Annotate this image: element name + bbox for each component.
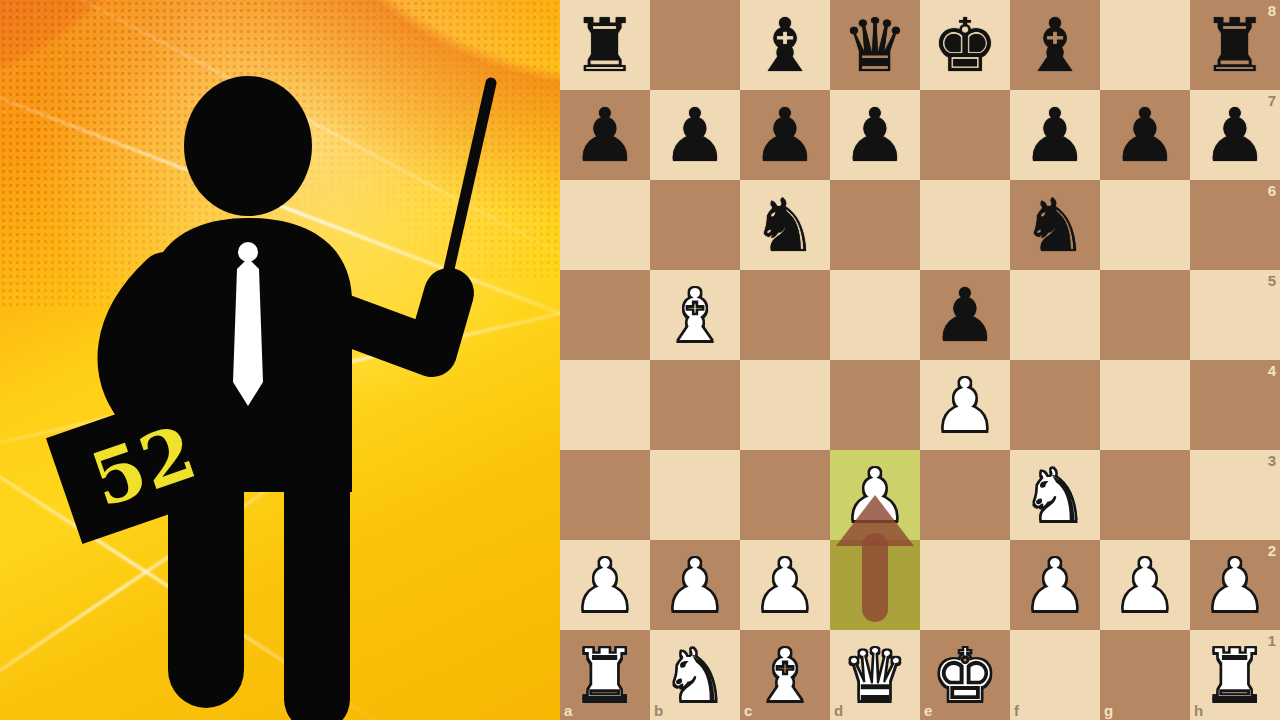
piece-black-king[interactable]: ♚	[920, 0, 1010, 90]
art-panel: 52	[0, 0, 560, 720]
file-label-b: b	[654, 702, 663, 719]
square-c1[interactable]: ♝c	[740, 630, 830, 720]
teacher-figure: 52	[0, 0, 560, 720]
file-label-d: d	[834, 702, 843, 719]
square-b4[interactable]	[650, 360, 740, 450]
square-b2[interactable]: ♟	[650, 540, 740, 630]
file-label-h: h	[1194, 702, 1203, 719]
square-e8[interactable]: ♚	[920, 0, 1010, 90]
square-f7[interactable]: ♟	[1010, 90, 1100, 180]
square-a7[interactable]: ♟	[560, 90, 650, 180]
piece-black-pawn[interactable]: ♟	[830, 90, 920, 180]
square-f4[interactable]	[1010, 360, 1100, 450]
piece-white-pawn[interactable]: ♟	[1010, 540, 1100, 630]
square-a8[interactable]: ♜	[560, 0, 650, 90]
square-g4[interactable]	[1100, 360, 1190, 450]
square-d4[interactable]	[830, 360, 920, 450]
piece-white-bishop[interactable]: ♝	[740, 630, 830, 720]
square-e3[interactable]	[920, 450, 1010, 540]
piece-black-knight[interactable]: ♞	[1010, 180, 1100, 270]
square-h3[interactable]: 3	[1190, 450, 1280, 540]
file-label-a: a	[564, 702, 572, 719]
chess-board: ♜♝♛♚♝♜8♟♟♟♟♟♟♟7♞♞6♝♟5♟4♟♞3♟♟♟♟♟♟2♜a♞b♝c♛…	[560, 0, 1280, 720]
square-b3[interactable]	[650, 450, 740, 540]
square-f6[interactable]: ♞	[1010, 180, 1100, 270]
square-g5[interactable]	[1100, 270, 1190, 360]
square-d6[interactable]	[830, 180, 920, 270]
piece-white-rook[interactable]: ♜	[1190, 630, 1280, 720]
piece-black-pawn[interactable]: ♟	[1010, 90, 1100, 180]
square-g2[interactable]: ♟	[1100, 540, 1190, 630]
board-squares: ♜♝♛♚♝♜8♟♟♟♟♟♟♟7♞♞6♝♟5♟4♟♞3♟♟♟♟♟♟2♜a♞b♝c♛…	[560, 0, 1280, 720]
square-c4[interactable]	[740, 360, 830, 450]
piece-white-pawn[interactable]: ♟	[650, 540, 740, 630]
file-label-e: e	[924, 702, 932, 719]
piece-white-pawn[interactable]: ♟	[1190, 540, 1280, 630]
square-h2[interactable]: ♟2	[1190, 540, 1280, 630]
square-h7[interactable]: ♟7	[1190, 90, 1280, 180]
piece-black-bishop[interactable]: ♝	[1010, 0, 1100, 90]
rank-label-4: 4	[1268, 362, 1276, 379]
square-f1[interactable]: f	[1010, 630, 1100, 720]
square-f8[interactable]: ♝	[1010, 0, 1100, 90]
square-d8[interactable]: ♛	[830, 0, 920, 90]
square-d1[interactable]: ♛d	[830, 630, 920, 720]
rank-label-3: 3	[1268, 452, 1276, 469]
file-label-g: g	[1104, 702, 1113, 719]
square-f3[interactable]: ♞	[1010, 450, 1100, 540]
square-a6[interactable]	[560, 180, 650, 270]
rank-label-2: 2	[1268, 542, 1276, 559]
file-label-f: f	[1014, 702, 1019, 719]
square-c7[interactable]: ♟	[740, 90, 830, 180]
piece-white-rook[interactable]: ♜	[560, 630, 650, 720]
rank-label-6: 6	[1268, 182, 1276, 199]
piece-black-bishop[interactable]: ♝	[740, 0, 830, 90]
piece-black-rook[interactable]: ♜	[560, 0, 650, 90]
piece-black-pawn[interactable]: ♟	[1100, 90, 1190, 180]
rank-label-1: 1	[1268, 632, 1276, 649]
square-d5[interactable]	[830, 270, 920, 360]
file-label-c: c	[744, 702, 752, 719]
piece-black-knight[interactable]: ♞	[740, 180, 830, 270]
square-g6[interactable]	[1100, 180, 1190, 270]
piece-black-pawn[interactable]: ♟	[560, 90, 650, 180]
piece-white-knight[interactable]: ♞	[1010, 450, 1100, 540]
piece-black-pawn[interactable]: ♟	[920, 270, 1010, 360]
piece-white-bishop[interactable]: ♝	[650, 270, 740, 360]
piece-white-queen[interactable]: ♛	[830, 630, 920, 720]
square-e4[interactable]: ♟	[920, 360, 1010, 450]
square-a5[interactable]	[560, 270, 650, 360]
square-e2[interactable]	[920, 540, 1010, 630]
figure-hand	[426, 269, 470, 313]
square-c5[interactable]	[740, 270, 830, 360]
square-h5[interactable]: 5	[1190, 270, 1280, 360]
square-b8[interactable]	[650, 0, 740, 90]
square-b1[interactable]: ♞b	[650, 630, 740, 720]
square-c8[interactable]: ♝	[740, 0, 830, 90]
piece-black-pawn[interactable]: ♟	[1190, 90, 1280, 180]
square-e7[interactable]	[920, 90, 1010, 180]
square-d3[interactable]: ♟	[830, 450, 920, 540]
square-b7[interactable]: ♟	[650, 90, 740, 180]
piece-white-pawn[interactable]: ♟	[830, 450, 920, 540]
piece-white-king[interactable]: ♚	[920, 630, 1010, 720]
square-h4[interactable]: 4	[1190, 360, 1280, 450]
piece-white-pawn[interactable]: ♟	[920, 360, 1010, 450]
thumbnail: 52 ♜♝♛♚♝♜8♟♟♟♟♟♟♟7♞♞6♝♟5♟4♟♞3♟♟♟♟♟♟2♜a♞b…	[0, 0, 1280, 720]
square-g3[interactable]	[1100, 450, 1190, 540]
square-a1[interactable]: ♜a	[560, 630, 650, 720]
square-f5[interactable]	[1010, 270, 1100, 360]
square-e5[interactable]: ♟	[920, 270, 1010, 360]
square-g7[interactable]: ♟	[1100, 90, 1190, 180]
square-f2[interactable]: ♟	[1010, 540, 1100, 630]
square-c3[interactable]	[740, 450, 830, 540]
square-b6[interactable]	[650, 180, 740, 270]
square-h6[interactable]: 6	[1190, 180, 1280, 270]
square-a4[interactable]	[560, 360, 650, 450]
rank-label-8: 8	[1268, 2, 1276, 19]
piece-black-pawn[interactable]: ♟	[740, 90, 830, 180]
piece-black-rook[interactable]: ♜	[1190, 0, 1280, 90]
figure-tie	[233, 258, 263, 406]
square-d7[interactable]: ♟	[830, 90, 920, 180]
piece-black-pawn[interactable]: ♟	[650, 90, 740, 180]
piece-black-queen[interactable]: ♛	[830, 0, 920, 90]
rank-label-5: 5	[1268, 272, 1276, 289]
square-g8[interactable]	[1100, 0, 1190, 90]
square-d2[interactable]	[830, 540, 920, 630]
piece-white-knight[interactable]: ♞	[650, 630, 740, 720]
square-e6[interactable]	[920, 180, 1010, 270]
piece-white-pawn[interactable]: ♟	[740, 540, 830, 630]
piece-white-pawn[interactable]: ♟	[560, 540, 650, 630]
square-h8[interactable]: ♜8	[1190, 0, 1280, 90]
square-b5[interactable]: ♝	[650, 270, 740, 360]
square-c2[interactable]: ♟	[740, 540, 830, 630]
square-a3[interactable]	[560, 450, 650, 540]
figure-head	[184, 76, 312, 216]
square-a2[interactable]: ♟	[560, 540, 650, 630]
rank-label-7: 7	[1268, 92, 1276, 109]
square-g1[interactable]: g	[1100, 630, 1190, 720]
square-e1[interactable]: ♚e	[920, 630, 1010, 720]
square-h1[interactable]: ♜h1	[1190, 630, 1280, 720]
piece-white-pawn[interactable]: ♟	[1100, 540, 1190, 630]
square-c6[interactable]: ♞	[740, 180, 830, 270]
